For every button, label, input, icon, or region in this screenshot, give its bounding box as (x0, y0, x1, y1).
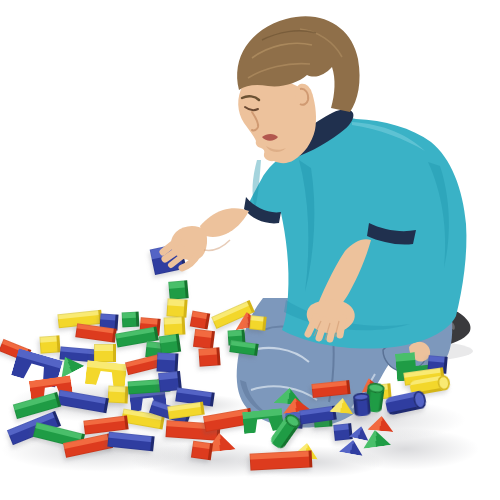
wooden-block-yellow-cube (164, 316, 186, 335)
wooden-block-red-wedge (367, 415, 394, 432)
wooden-block-blue-wedge (339, 438, 365, 456)
wooden-block-blue-cube (333, 423, 353, 441)
blocks-layer-front (0, 0, 500, 500)
cylinder-top-cap (353, 392, 370, 401)
wooden-block-yellow-rect (167, 402, 204, 420)
wooden-block-blue-rect (57, 390, 109, 413)
wooden-block-blue-cyl-v (353, 395, 371, 416)
wooden-block-red-rect (83, 415, 128, 434)
wooden-block-blue-cube (157, 352, 179, 372)
wooden-block-yellow-arch (85, 360, 127, 388)
wooden-block-green-cube (159, 334, 181, 355)
wooden-block-red-cube (190, 311, 211, 330)
wooden-block-yellow-cube (94, 344, 116, 362)
wooden-block-red-cube (193, 329, 215, 349)
wooden-block-red-rect (311, 380, 350, 398)
wooden-block-red-cube (198, 347, 220, 366)
wooden-block-green-rect (229, 340, 258, 356)
cylinder-end-cap (436, 374, 451, 391)
wooden-block-red-cube (191, 441, 213, 461)
wooden-block-green-cube (168, 280, 188, 300)
wooden-block-green-cube (122, 312, 140, 328)
wooden-block-blue-rect (107, 432, 154, 452)
wooden-block-yellow-cube (108, 385, 129, 403)
wooden-block-yellow-cube (166, 298, 187, 317)
wooden-block-yellow-cube (39, 335, 60, 353)
wooden-block-red-rect (250, 450, 313, 470)
product-photo-scene (0, 0, 500, 500)
wooden-block-yellow-cube (249, 315, 266, 331)
